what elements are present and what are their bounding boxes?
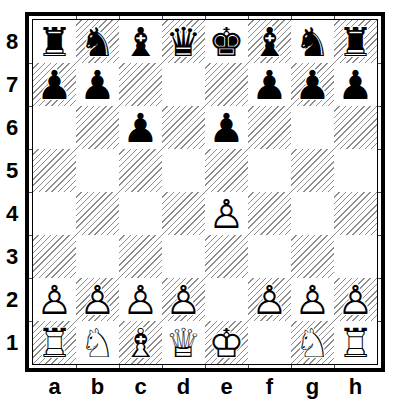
square-a3[interactable] <box>33 235 76 278</box>
frame-tick <box>248 365 249 368</box>
rank-label-1: 1 <box>0 321 24 364</box>
white-knight-icon: ♘ <box>76 321 119 364</box>
white-pawn-icon: ♙ <box>334 278 377 321</box>
white-bishop-icon: ♗ <box>119 321 162 364</box>
frame-tick <box>205 16 206 19</box>
white-rook-icon: ♖ <box>33 321 76 364</box>
black-pawn-icon: ♟ <box>33 63 76 106</box>
chess-board: ♜♜♞♞♝♝♛♛♚♚♝♝♞♞♜♜♟♟♟♟♟♟♟♟♟♟♟♟♟♟♟♙♟♙♟♙♟♙♟♙… <box>33 20 377 364</box>
frame-tick <box>378 192 381 193</box>
black-pawn-icon: ♟ <box>248 63 291 106</box>
square-h1[interactable]: ♜♖ <box>334 321 377 364</box>
square-f5[interactable] <box>248 149 291 192</box>
piece-backing: ♝ <box>119 20 162 63</box>
square-c7[interactable] <box>119 63 162 106</box>
square-f2[interactable]: ♟♙ <box>248 278 291 321</box>
frame-tick <box>378 235 381 236</box>
file-label-b: b <box>76 375 119 399</box>
file-label-d: d <box>162 375 205 399</box>
rank-label-6: 6 <box>0 106 24 149</box>
square-c1[interactable]: ♝♗ <box>119 321 162 364</box>
square-h5[interactable] <box>334 149 377 192</box>
frame-tick <box>76 16 77 19</box>
piece-backing: ♞ <box>76 321 119 364</box>
frame-tick <box>378 149 381 150</box>
frame-tick <box>29 235 32 236</box>
black-rook-icon: ♜ <box>334 20 377 63</box>
rank-label-2: 2 <box>0 278 24 321</box>
square-h3[interactable] <box>334 235 377 278</box>
piece-backing: ♜ <box>334 20 377 63</box>
piece-backing: ♟ <box>76 278 119 321</box>
white-pawn-icon: ♙ <box>33 278 76 321</box>
square-d5[interactable] <box>162 149 205 192</box>
square-b1[interactable]: ♞♘ <box>76 321 119 364</box>
piece-backing: ♟ <box>248 278 291 321</box>
square-e5[interactable] <box>205 149 248 192</box>
square-c5[interactable] <box>119 149 162 192</box>
square-h6[interactable] <box>334 106 377 149</box>
file-label-e: e <box>205 375 248 399</box>
square-g6[interactable] <box>291 106 334 149</box>
square-d3[interactable] <box>162 235 205 278</box>
white-knight-icon: ♘ <box>291 321 334 364</box>
piece-backing: ♟ <box>33 63 76 106</box>
piece-backing: ♚ <box>205 321 248 364</box>
square-c6[interactable]: ♟♟ <box>119 106 162 149</box>
frame-tick <box>205 365 206 368</box>
square-g4[interactable] <box>291 192 334 235</box>
file-label-g: g <box>291 375 334 399</box>
square-e1[interactable]: ♚♔ <box>205 321 248 364</box>
square-b4[interactable] <box>76 192 119 235</box>
file-label-f: f <box>248 375 291 399</box>
file-label-h: h <box>334 375 377 399</box>
white-queen-icon: ♕ <box>162 321 205 364</box>
square-d8[interactable]: ♛♛ <box>162 20 205 63</box>
piece-backing: ♜ <box>33 321 76 364</box>
black-king-icon: ♚ <box>205 20 248 63</box>
frame-tick <box>29 106 32 107</box>
square-f3[interactable] <box>248 235 291 278</box>
square-d7[interactable] <box>162 63 205 106</box>
piece-backing: ♛ <box>162 20 205 63</box>
square-f1[interactable] <box>248 321 291 364</box>
square-d2[interactable]: ♟♙ <box>162 278 205 321</box>
square-g8[interactable]: ♞♞ <box>291 20 334 63</box>
rank-label-3: 3 <box>0 235 24 278</box>
square-b6[interactable] <box>76 106 119 149</box>
square-d4[interactable] <box>162 192 205 235</box>
black-knight-icon: ♞ <box>76 20 119 63</box>
square-a4[interactable] <box>33 192 76 235</box>
frame-tick <box>378 278 381 279</box>
black-knight-icon: ♞ <box>291 20 334 63</box>
piece-backing: ♞ <box>291 321 334 364</box>
square-a1[interactable]: ♜♖ <box>33 321 76 364</box>
square-e3[interactable] <box>205 235 248 278</box>
piece-backing: ♛ <box>162 321 205 364</box>
black-rook-icon: ♜ <box>33 20 76 63</box>
file-label-c: c <box>119 375 162 399</box>
square-f6[interactable] <box>248 106 291 149</box>
frame-tick <box>378 63 381 64</box>
piece-backing: ♟ <box>291 63 334 106</box>
frame-tick <box>334 16 335 19</box>
black-bishop-icon: ♝ <box>119 20 162 63</box>
piece-backing: ♟ <box>119 106 162 149</box>
square-a8[interactable]: ♜♜ <box>33 20 76 63</box>
black-pawn-icon: ♟ <box>205 106 248 149</box>
piece-backing: ♜ <box>33 20 76 63</box>
square-c8[interactable]: ♝♝ <box>119 20 162 63</box>
piece-backing: ♚ <box>205 20 248 63</box>
black-pawn-icon: ♟ <box>291 63 334 106</box>
white-pawn-icon: ♙ <box>119 278 162 321</box>
piece-backing: ♟ <box>334 63 377 106</box>
piece-backing: ♟ <box>205 192 248 235</box>
square-c4[interactable] <box>119 192 162 235</box>
piece-backing: ♝ <box>119 321 162 364</box>
black-pawn-icon: ♟ <box>119 106 162 149</box>
square-g5[interactable] <box>291 149 334 192</box>
frame-tick <box>29 63 32 64</box>
white-pawn-icon: ♙ <box>291 278 334 321</box>
square-g7[interactable]: ♟♟ <box>291 63 334 106</box>
frame-tick <box>378 106 381 107</box>
piece-backing: ♟ <box>162 278 205 321</box>
square-a7[interactable]: ♟♟ <box>33 63 76 106</box>
frame-tick <box>162 16 163 19</box>
frame-tick <box>334 365 335 368</box>
square-g1[interactable]: ♞♘ <box>291 321 334 364</box>
square-d1[interactable]: ♛♕ <box>162 321 205 364</box>
piece-backing: ♟ <box>248 63 291 106</box>
frame-tick <box>248 16 249 19</box>
square-f7[interactable]: ♟♟ <box>248 63 291 106</box>
piece-backing: ♟ <box>205 106 248 149</box>
white-pawn-icon: ♙ <box>205 192 248 235</box>
square-g2[interactable]: ♟♙ <box>291 278 334 321</box>
square-e8[interactable]: ♚♚ <box>205 20 248 63</box>
piece-backing: ♝ <box>248 20 291 63</box>
white-pawn-icon: ♙ <box>248 278 291 321</box>
piece-backing: ♜ <box>334 321 377 364</box>
square-e4[interactable]: ♟♙ <box>205 192 248 235</box>
square-e2[interactable] <box>205 278 248 321</box>
square-e6[interactable]: ♟♟ <box>205 106 248 149</box>
black-bishop-icon: ♝ <box>248 20 291 63</box>
piece-backing: ♟ <box>119 278 162 321</box>
piece-backing: ♟ <box>334 278 377 321</box>
square-b7[interactable]: ♟♟ <box>76 63 119 106</box>
square-a5[interactable] <box>33 149 76 192</box>
rank-label-7: 7 <box>0 63 24 106</box>
board-inner-border: ♜♜♞♞♝♝♛♛♚♚♝♝♞♞♜♜♟♟♟♟♟♟♟♟♟♟♟♟♟♟♟♙♟♙♟♙♟♙♟♙… <box>32 19 378 365</box>
piece-backing: ♟ <box>33 278 76 321</box>
square-h8[interactable]: ♜♜ <box>334 20 377 63</box>
rank-label-4: 4 <box>0 192 24 235</box>
file-label-a: a <box>33 375 76 399</box>
chess-diagram: 87654321 ♜♜♞♞♝♝♛♛♚♚♝♝♞♞♜♜♟♟♟♟♟♟♟♟♟♟♟♟♟♟♟… <box>0 0 401 404</box>
frame-tick <box>119 365 120 368</box>
frame-tick <box>29 192 32 193</box>
square-f4[interactable] <box>248 192 291 235</box>
square-e7[interactable] <box>205 63 248 106</box>
frame-tick <box>29 321 32 322</box>
rank-label-5: 5 <box>0 149 24 192</box>
square-b8[interactable]: ♞♞ <box>76 20 119 63</box>
square-h7[interactable]: ♟♟ <box>334 63 377 106</box>
frame-tick <box>29 278 32 279</box>
frame-tick <box>378 321 381 322</box>
square-c3[interactable] <box>119 235 162 278</box>
rank-label-8: 8 <box>0 20 24 63</box>
square-d6[interactable] <box>162 106 205 149</box>
piece-backing: ♞ <box>76 20 119 63</box>
square-h2[interactable]: ♟♙ <box>334 278 377 321</box>
frame-tick <box>162 365 163 368</box>
frame-tick <box>76 365 77 368</box>
square-f8[interactable]: ♝♝ <box>248 20 291 63</box>
frame-tick <box>291 365 292 368</box>
square-a2[interactable]: ♟♙ <box>33 278 76 321</box>
square-b2[interactable]: ♟♙ <box>76 278 119 321</box>
white-king-icon: ♔ <box>205 321 248 364</box>
frame-tick <box>119 16 120 19</box>
frame-tick <box>29 149 32 150</box>
square-b5[interactable] <box>76 149 119 192</box>
piece-backing: ♞ <box>291 20 334 63</box>
square-c2[interactable]: ♟♙ <box>119 278 162 321</box>
board-frame: ♜♜♞♞♝♝♛♛♚♚♝♝♞♞♜♜♟♟♟♟♟♟♟♟♟♟♟♟♟♟♟♙♟♙♟♙♟♙♟♙… <box>25 12 385 372</box>
black-queen-icon: ♛ <box>162 20 205 63</box>
piece-backing: ♟ <box>76 63 119 106</box>
square-g3[interactable] <box>291 235 334 278</box>
piece-backing: ♟ <box>291 278 334 321</box>
square-h4[interactable] <box>334 192 377 235</box>
square-b3[interactable] <box>76 235 119 278</box>
white-pawn-icon: ♙ <box>162 278 205 321</box>
black-pawn-icon: ♟ <box>76 63 119 106</box>
white-pawn-icon: ♙ <box>76 278 119 321</box>
frame-tick <box>291 16 292 19</box>
black-pawn-icon: ♟ <box>334 63 377 106</box>
white-rook-icon: ♖ <box>334 321 377 364</box>
square-a6[interactable] <box>33 106 76 149</box>
